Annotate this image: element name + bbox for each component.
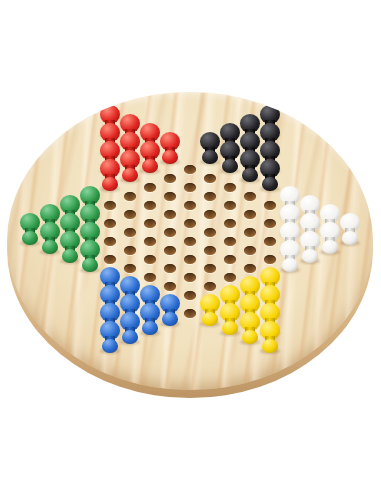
chinese-checkers-board xyxy=(7,92,373,390)
empty-hole[interactable] xyxy=(184,219,196,228)
peg-base xyxy=(102,339,118,353)
peg-green[interactable] xyxy=(60,231,80,263)
peg-green[interactable] xyxy=(40,222,60,254)
peg-base xyxy=(242,168,258,182)
peg-base xyxy=(122,168,138,182)
peg-base xyxy=(122,330,138,344)
empty-hole[interactable] xyxy=(164,192,176,201)
peg-base xyxy=(82,258,98,272)
empty-hole[interactable] xyxy=(204,210,216,219)
peg-base xyxy=(242,330,258,344)
peg-yellow[interactable] xyxy=(260,321,280,353)
empty-hole[interactable] xyxy=(144,219,156,228)
empty-hole[interactable] xyxy=(164,174,176,183)
peg-white[interactable] xyxy=(300,231,320,263)
peg-base xyxy=(42,240,58,254)
empty-hole[interactable] xyxy=(124,192,136,201)
empty-hole[interactable] xyxy=(124,246,136,255)
peg-black[interactable] xyxy=(260,159,280,191)
peg-white[interactable] xyxy=(280,240,300,272)
peg-base xyxy=(322,240,338,254)
empty-hole[interactable] xyxy=(144,183,156,192)
peg-black[interactable] xyxy=(240,150,260,182)
peg-black[interactable] xyxy=(220,141,240,173)
empty-hole[interactable] xyxy=(204,246,216,255)
peg-red[interactable] xyxy=(100,159,120,191)
empty-hole[interactable] xyxy=(244,228,256,237)
empty-hole[interactable] xyxy=(224,237,236,246)
empty-hole[interactable] xyxy=(184,255,196,264)
peg-base xyxy=(262,177,278,191)
empty-hole[interactable] xyxy=(244,192,256,201)
empty-hole[interactable] xyxy=(104,201,116,210)
empty-hole[interactable] xyxy=(124,210,136,219)
empty-hole[interactable] xyxy=(184,183,196,192)
empty-hole[interactable] xyxy=(104,219,116,228)
empty-hole[interactable] xyxy=(224,183,236,192)
empty-hole[interactable] xyxy=(124,264,136,273)
peg-red[interactable] xyxy=(160,132,180,164)
empty-hole[interactable] xyxy=(264,219,276,228)
peg-green[interactable] xyxy=(20,213,40,245)
peg-base xyxy=(142,159,158,173)
empty-hole[interactable] xyxy=(144,237,156,246)
peg-black[interactable] xyxy=(200,132,220,164)
empty-hole[interactable] xyxy=(144,201,156,210)
empty-hole[interactable] xyxy=(164,228,176,237)
peg-base xyxy=(262,339,278,353)
peg-blue[interactable] xyxy=(120,312,140,344)
peg-base xyxy=(162,312,178,326)
peg-yellow[interactable] xyxy=(240,312,260,344)
peg-base xyxy=(282,258,298,272)
empty-hole[interactable] xyxy=(264,255,276,264)
peg-white[interactable] xyxy=(340,213,360,245)
peg-base xyxy=(302,249,318,263)
empty-hole[interactable] xyxy=(204,228,216,237)
product-photo-background xyxy=(0,0,381,492)
peg-base xyxy=(202,150,218,164)
empty-hole[interactable] xyxy=(124,228,136,237)
empty-hole[interactable] xyxy=(184,291,196,300)
empty-hole[interactable] xyxy=(224,273,236,282)
empty-hole[interactable] xyxy=(164,210,176,219)
peg-base xyxy=(142,321,158,335)
peg-green[interactable] xyxy=(80,240,100,272)
empty-hole[interactable] xyxy=(224,255,236,264)
empty-hole[interactable] xyxy=(184,237,196,246)
peg-base xyxy=(342,231,358,245)
peg-base xyxy=(222,321,238,335)
empty-hole[interactable] xyxy=(244,264,256,273)
peg-white[interactable] xyxy=(320,222,340,254)
empty-hole[interactable] xyxy=(184,165,196,174)
empty-hole[interactable] xyxy=(204,174,216,183)
peg-yellow[interactable] xyxy=(220,303,240,335)
empty-hole[interactable] xyxy=(184,273,196,282)
peg-base xyxy=(222,159,238,173)
peg-base xyxy=(162,150,178,164)
peg-red[interactable] xyxy=(140,141,160,173)
empty-hole[interactable] xyxy=(104,255,116,264)
empty-hole[interactable] xyxy=(164,282,176,291)
peg-base xyxy=(62,249,78,263)
empty-hole[interactable] xyxy=(224,201,236,210)
empty-hole[interactable] xyxy=(104,237,116,246)
peg-base xyxy=(202,312,218,326)
empty-hole[interactable] xyxy=(224,219,236,228)
peg-yellow[interactable] xyxy=(200,294,220,326)
empty-hole[interactable] xyxy=(244,210,256,219)
empty-hole[interactable] xyxy=(184,309,196,318)
empty-hole[interactable] xyxy=(144,255,156,264)
peg-blue[interactable] xyxy=(100,321,120,353)
peg-blue[interactable] xyxy=(140,303,160,335)
empty-hole[interactable] xyxy=(164,264,176,273)
peg-base xyxy=(22,231,38,245)
empty-hole[interactable] xyxy=(204,264,216,273)
empty-hole[interactable] xyxy=(164,246,176,255)
empty-hole[interactable] xyxy=(144,273,156,282)
empty-hole[interactable] xyxy=(264,237,276,246)
peg-base xyxy=(102,177,118,191)
peg-red[interactable] xyxy=(120,150,140,182)
empty-hole[interactable] xyxy=(204,192,216,201)
empty-hole[interactable] xyxy=(244,246,256,255)
empty-hole[interactable] xyxy=(204,282,216,291)
empty-hole[interactable] xyxy=(264,201,276,210)
peg-blue[interactable] xyxy=(160,294,180,326)
empty-hole[interactable] xyxy=(184,201,196,210)
